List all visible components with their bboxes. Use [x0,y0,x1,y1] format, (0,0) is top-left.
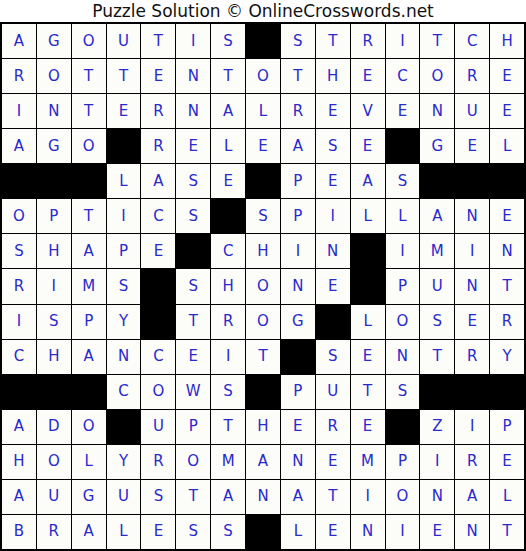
letter-cell: N [176,94,210,128]
letter-cell: O [141,375,175,409]
letter-cell: E [490,94,524,128]
letter-cell: S [420,305,454,339]
letter-cell: R [211,305,245,339]
letter-cell: N [176,59,210,93]
letter-cell: T [490,515,524,549]
black-cell [107,129,141,163]
letter-cell: R [281,94,315,128]
letter-cell: O [72,410,106,444]
letter-cell: E [141,234,175,268]
letter-cell: R [455,340,489,374]
letter-cell: E [316,164,350,198]
letter-cell: P [176,410,210,444]
letter-cell: H [316,59,350,93]
letter-cell: L [211,129,245,163]
letter-cell: I [386,24,420,58]
letter-cell: M [72,269,106,303]
letter-cell: S [107,269,141,303]
letter-cell: S [37,305,71,339]
letter-cell: L [72,445,106,479]
letter-cell: E [107,94,141,128]
letter-cell: L [490,129,524,163]
letter-cell: T [351,375,385,409]
black-cell [351,269,385,303]
letter-cell: A [141,164,175,198]
letter-cell: A [281,129,315,163]
black-cell [281,340,315,374]
letter-cell: S [211,24,245,58]
letter-cell: O [246,269,280,303]
letter-cell: A [281,480,315,514]
letter-cell: C [141,340,175,374]
letter-cell: I [37,269,71,303]
letter-cell: U [37,480,71,514]
black-cell [141,269,175,303]
letter-cell: E [455,305,489,339]
letter-cell: T [211,59,245,93]
black-cell [176,234,210,268]
black-cell [211,199,245,233]
letter-cell: I [420,445,454,479]
black-cell [37,375,71,409]
letter-cell: E [351,129,385,163]
letter-cell: E [490,199,524,233]
letter-cell: I [107,199,141,233]
letter-cell: S [176,164,210,198]
black-cell [420,164,454,198]
letter-cell: I [2,94,36,128]
letter-cell: L [386,199,420,233]
black-cell [107,410,141,444]
letter-cell: U [141,410,175,444]
letter-cell: V [351,94,385,128]
letter-cell: A [246,445,280,479]
letter-cell: A [211,480,245,514]
letter-cell: C [211,234,245,268]
letter-cell: T [176,305,210,339]
black-cell [455,375,489,409]
letter-cell: N [37,94,71,128]
letter-cell: E [490,59,524,93]
letter-cell: L [107,515,141,549]
letter-cell: U [316,375,350,409]
letter-cell: I [455,410,489,444]
letter-cell: E [281,410,315,444]
letter-cell: N [281,269,315,303]
letter-cell: M [211,445,245,479]
letter-cell: R [316,410,350,444]
letter-cell: R [351,24,385,58]
letter-cell: C [2,340,36,374]
letter-cell: T [176,480,210,514]
letter-cell: P [281,375,315,409]
letter-cell: Y [490,340,524,374]
letter-cell: E [316,94,350,128]
letter-cell: P [386,445,420,479]
letter-cell: E [176,340,210,374]
letter-cell: G [37,129,71,163]
black-cell [316,305,350,339]
black-cell [72,375,106,409]
letter-cell: S [176,269,210,303]
letter-cell: M [351,445,385,479]
black-cell [490,164,524,198]
letter-cell: G [72,480,106,514]
black-cell [2,375,36,409]
letter-cell: R [37,515,71,549]
letter-cell: E [316,515,350,549]
letter-cell: H [490,24,524,58]
letter-cell: Y [107,305,141,339]
letter-cell: S [176,199,210,233]
black-cell [72,164,106,198]
letter-cell: D [37,410,71,444]
letter-cell: T [420,340,454,374]
letter-cell: H [37,340,71,374]
letter-cell: I [281,234,315,268]
letter-cell: E [351,410,385,444]
letter-cell: E [211,164,245,198]
letter-cell: H [2,445,36,479]
letter-cell: E [490,445,524,479]
letter-cell: G [281,305,315,339]
letter-cell: N [455,515,489,549]
black-cell [386,410,420,444]
black-cell [37,164,71,198]
letter-cell: T [107,59,141,93]
letter-cell: S [316,129,350,163]
letter-cell: R [2,269,36,303]
letter-cell: R [455,59,489,93]
letter-cell: C [107,375,141,409]
letter-cell: S [246,199,280,233]
letter-cell: R [141,129,175,163]
letter-cell: H [246,234,280,268]
letter-cell: P [281,164,315,198]
letter-cell: A [2,129,36,163]
letter-cell: N [420,480,454,514]
letter-cell: P [72,305,106,339]
letter-cell: A [351,164,385,198]
letter-cell: O [386,305,420,339]
letter-cell: S [211,375,245,409]
black-cell [351,234,385,268]
letter-cell: N [107,340,141,374]
letter-cell: T [72,59,106,93]
letter-cell: E [386,94,420,128]
letter-cell: I [386,234,420,268]
letter-cell: H [211,269,245,303]
letter-cell: Y [107,445,141,479]
letter-cell: H [37,234,71,268]
letter-cell: O [72,24,106,58]
letter-cell: S [2,234,36,268]
letter-cell: T [316,24,350,58]
letter-cell: A [72,340,106,374]
letter-cell: A [420,199,454,233]
letter-cell: E [316,445,350,479]
letter-cell: S [211,515,245,549]
letter-cell: T [281,59,315,93]
puzzle-solution-page: Puzzle Solution © OnlineCrosswords.net A… [0,0,526,551]
black-cell [420,375,454,409]
letter-cell: I [351,480,385,514]
black-cell [246,24,280,58]
letter-cell: I [386,515,420,549]
letter-cell: S [281,24,315,58]
letter-cell: T [246,340,280,374]
letter-cell: C [455,24,489,58]
letter-cell: N [351,515,385,549]
letter-cell: A [455,480,489,514]
letter-cell: T [72,199,106,233]
letter-cell: C [386,59,420,93]
letter-cell: A [2,480,36,514]
letter-cell: O [176,445,210,479]
letter-cell: O [246,59,280,93]
letter-cell: E [141,59,175,93]
letter-cell: T [141,24,175,58]
letter-cell: N [420,94,454,128]
letter-cell: P [386,269,420,303]
black-cell [246,375,280,409]
letter-cell: O [37,445,71,479]
letter-cell: I [316,199,350,233]
black-cell [141,305,175,339]
letter-cell: L [246,94,280,128]
letter-cell: U [107,480,141,514]
letter-cell: G [420,129,454,163]
letter-cell: L [351,305,385,339]
letter-cell: R [141,445,175,479]
letter-cell: N [386,340,420,374]
letter-cell: N [455,269,489,303]
letter-cell: S [176,515,210,549]
letter-cell: R [490,305,524,339]
letter-cell: N [246,480,280,514]
black-cell [246,164,280,198]
letter-cell: N [455,199,489,233]
letter-cell: E [141,515,175,549]
letter-cell: W [176,375,210,409]
letter-cell: I [2,305,36,339]
letter-cell: O [246,305,280,339]
letter-cell: E [246,129,280,163]
letter-cell: H [246,410,280,444]
letter-cell: T [420,24,454,58]
letter-cell: O [386,480,420,514]
letter-cell: U [455,94,489,128]
letter-cell: P [107,234,141,268]
letter-cell: L [281,515,315,549]
letter-cell: E [420,515,454,549]
black-cell [386,129,420,163]
letter-cell: P [490,410,524,444]
letter-cell: C [141,199,175,233]
letter-cell: T [72,94,106,128]
letter-cell: E [316,269,350,303]
letter-cell: S [386,164,420,198]
letter-cell: N [490,234,524,268]
letter-cell: T [211,410,245,444]
letter-cell: A [72,515,106,549]
letter-cell: Z [420,410,454,444]
letter-cell: R [141,94,175,128]
letter-cell: R [455,445,489,479]
letter-cell: O [2,199,36,233]
letter-cell: T [490,269,524,303]
letter-cell: P [37,199,71,233]
crossword-grid: AGOUTISSTRITCHROTTENTOTHECOREINTERNALREV… [0,22,526,551]
letter-cell: E [176,129,210,163]
black-cell [455,164,489,198]
letter-cell: G [37,24,71,58]
letter-cell: R [2,59,36,93]
letter-cell: I [176,24,210,58]
letter-cell: N [316,234,350,268]
letter-cell: S [386,375,420,409]
letter-cell: E [351,59,385,93]
letter-cell: U [107,24,141,58]
letter-cell: L [490,480,524,514]
letter-cell: A [211,94,245,128]
letter-cell: A [2,24,36,58]
black-cell [2,164,36,198]
letter-cell: L [107,164,141,198]
letter-cell: E [351,340,385,374]
letter-cell: O [72,129,106,163]
letter-cell: A [72,234,106,268]
letter-cell: O [420,59,454,93]
letter-cell: T [316,480,350,514]
letter-cell: E [455,129,489,163]
letter-cell: S [141,480,175,514]
letter-cell: I [211,340,245,374]
letter-cell: N [281,445,315,479]
letter-cell: P [281,199,315,233]
letter-cell: O [37,59,71,93]
letter-cell: M [420,234,454,268]
black-cell [246,515,280,549]
letter-cell: I [455,234,489,268]
letter-cell: S [316,340,350,374]
page-title: Puzzle Solution © OnlineCrosswords.net [0,0,526,22]
letter-cell: A [2,410,36,444]
letter-cell: U [420,269,454,303]
black-cell [490,375,524,409]
letter-cell: L [351,199,385,233]
letter-cell: B [2,515,36,549]
